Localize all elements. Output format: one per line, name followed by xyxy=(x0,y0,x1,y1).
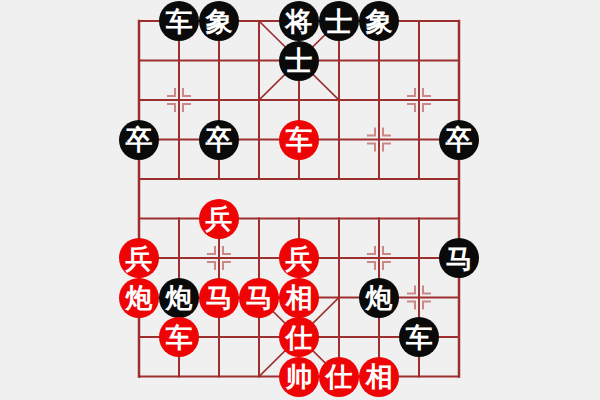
red-advisor[interactable]: 仕 xyxy=(279,317,319,357)
red-horse[interactable]: 马 xyxy=(239,278,279,318)
red-chariot[interactable]: 车 xyxy=(159,317,199,357)
black-elephant[interactable]: 象 xyxy=(199,1,239,41)
black-advisor[interactable]: 士 xyxy=(279,41,319,81)
red-soldier[interactable]: 兵 xyxy=(279,238,319,278)
black-soldier[interactable]: 卒 xyxy=(439,120,479,160)
red-elephant[interactable]: 相 xyxy=(359,357,399,397)
red-general[interactable]: 帅 xyxy=(279,357,319,397)
red-soldier[interactable]: 兵 xyxy=(119,238,159,278)
xiangqi-app: 车象将士象士卒卒车卒兵兵兵马炮炮马马相炮车仕车帅仕相 xyxy=(0,0,600,400)
red-soldier[interactable]: 兵 xyxy=(199,199,239,239)
red-horse[interactable]: 马 xyxy=(199,278,239,318)
black-soldier[interactable]: 卒 xyxy=(199,120,239,160)
black-chariot[interactable]: 车 xyxy=(399,317,439,357)
red-cannon[interactable]: 炮 xyxy=(119,278,159,318)
red-advisor[interactable]: 仕 xyxy=(319,357,359,397)
black-soldier[interactable]: 卒 xyxy=(119,120,159,160)
red-chariot[interactable]: 车 xyxy=(279,120,319,160)
red-elephant[interactable]: 相 xyxy=(279,278,319,318)
black-horse[interactable]: 马 xyxy=(439,238,479,278)
black-elephant[interactable]: 象 xyxy=(359,1,399,41)
black-cannon[interactable]: 炮 xyxy=(159,278,199,318)
black-general[interactable]: 将 xyxy=(279,1,319,41)
black-chariot[interactable]: 车 xyxy=(159,1,199,41)
black-cannon[interactable]: 炮 xyxy=(359,278,399,318)
black-advisor[interactable]: 士 xyxy=(319,1,359,41)
